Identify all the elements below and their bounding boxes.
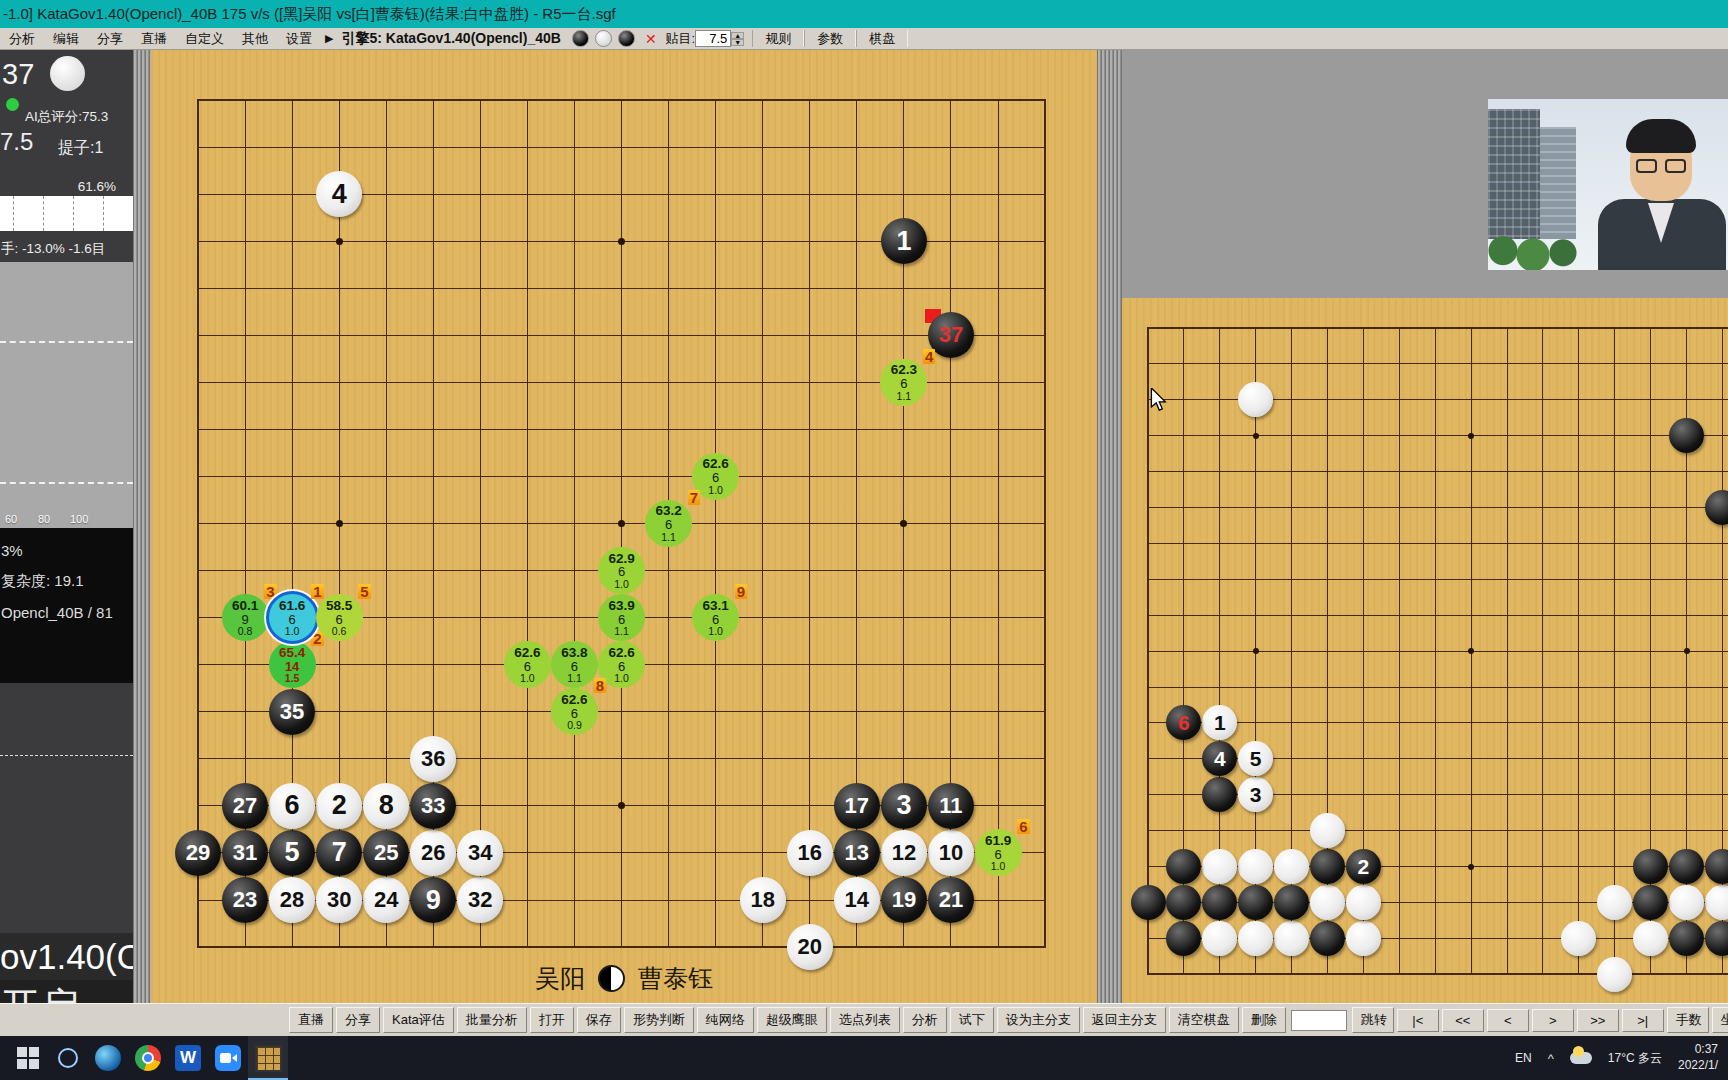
black-stone <box>1166 921 1201 956</box>
candidate-delta: 1.0 <box>520 673 535 684</box>
white-stone <box>1238 921 1273 956</box>
grid-line <box>715 99 716 948</box>
engine-label: 引擎5: KataGov1.40(Opencl)_40B <box>341 30 560 48</box>
move-number-label: 28 <box>280 887 304 913</box>
black-stone <box>1310 849 1345 884</box>
search-icon[interactable] <box>48 1036 88 1080</box>
menu-button[interactable]: 规则 <box>752 30 804 47</box>
move-number-label: 5 <box>1250 747 1262 771</box>
white-stone-move-34: 34 <box>457 830 503 876</box>
black-stone <box>1202 885 1237 920</box>
move-number-label: 7 <box>332 837 347 868</box>
grid-line <box>998 99 999 948</box>
white-stone-move-1: 1 <box>1202 705 1237 740</box>
trees <box>1488 227 1588 270</box>
to-move-stone-icon <box>50 56 85 91</box>
play-icon[interactable]: ▶ <box>325 32 333 45</box>
toolbar-button[interactable]: 选点列表 <box>830 1007 900 1033</box>
move-number-label: 23 <box>233 887 257 913</box>
black-stone <box>1166 849 1201 884</box>
edge-icon[interactable] <box>88 1036 128 1080</box>
close-engine-icon[interactable]: ✕ <box>645 31 657 47</box>
players-bar: 吴阳 曹泰钰 <box>424 962 824 995</box>
candidate-move[interactable]: 63.161.09 <box>692 594 739 641</box>
black-stone-button[interactable] <box>572 30 589 47</box>
black-stone-move-17: 17 <box>834 783 880 829</box>
move-number-label: 21 <box>939 887 963 913</box>
axis-60: 60 <box>5 513 17 525</box>
candidate-move[interactable]: 61.961.06 <box>975 829 1022 876</box>
toolbar-button[interactable]: 清空棋盘 <box>1169 1007 1239 1033</box>
move-number-label: 2 <box>1358 855 1370 879</box>
star-point <box>900 520 907 527</box>
candidate-visits: 6 <box>288 613 295 626</box>
grid-line <box>1147 651 1728 652</box>
white-stone-move-6: 6 <box>269 783 315 829</box>
grid-line <box>1147 543 1728 544</box>
move-number-label: 31 <box>233 840 257 866</box>
candidate-winrate: 62.6 <box>608 646 634 660</box>
move-number-label: 32 <box>468 887 492 913</box>
menu-item[interactable]: 其他 <box>233 31 277 46</box>
grid-line <box>1147 399 1728 400</box>
toolbar-button[interactable]: 保存 <box>577 1007 621 1033</box>
toolbar-button[interactable]: 跳转 <box>1352 1007 1394 1033</box>
black-stone-move-35: 35 <box>269 689 315 735</box>
black-stone-move-2: 2 <box>1346 849 1381 884</box>
divider-dashed <box>0 755 133 756</box>
candidate-order-label: 1 <box>311 584 323 599</box>
black-stone <box>1131 885 1166 920</box>
white-stone-move-2: 2 <box>316 783 362 829</box>
grid-line <box>1614 327 1615 975</box>
white-player-name: 曹泰钰 <box>638 962 713 995</box>
analysis-sidebar: 37 AI总评分:75.3 7.5 提子:1 61.6% 手: -13.0% -… <box>0 50 133 1036</box>
grid-line <box>1147 507 1728 508</box>
word-icon[interactable]: W <box>168 1036 208 1080</box>
live-game-board[interactable]: 123456 <box>1122 298 1728 1003</box>
complexity: 复杂度: 19.1 <box>1 572 84 591</box>
white-stone-move-12: 12 <box>881 830 927 876</box>
star-point <box>1468 433 1474 439</box>
black-stone <box>1274 885 1309 920</box>
white-stone <box>1274 849 1309 884</box>
move-number-label: 18 <box>750 887 774 913</box>
move-number-label: 8 <box>379 790 394 821</box>
candidate-visits: 6 <box>336 613 343 626</box>
grid-line <box>1147 830 1728 831</box>
white-stone-move-36: 36 <box>410 736 456 782</box>
candidate-move[interactable]: 65.4141.52 <box>269 641 316 688</box>
toolbar-button[interactable]: 坐标 <box>1712 1007 1728 1033</box>
black-stone <box>1705 921 1728 956</box>
toolbar-button[interactable]: 手数 <box>1667 1007 1709 1033</box>
move-number-label: 20 <box>798 934 822 960</box>
toolbar-button[interactable]: >| <box>1622 1009 1664 1032</box>
white-stone <box>1346 921 1381 956</box>
candidate-order-label: 6 <box>1017 819 1029 834</box>
move-number-label: 29 <box>186 840 210 866</box>
black-stone-move-1: 1 <box>881 218 927 264</box>
move-number-label: 19 <box>892 887 916 913</box>
main-analysis-board[interactable]: 1234567891011121314161718192021232425262… <box>151 50 1097 1003</box>
winrate-graph[interactable]: 60 80 100 <box>0 262 133 528</box>
menu-button[interactable]: 棋盘 <box>856 30 908 47</box>
white-stone <box>1310 813 1345 848</box>
white-stone <box>1561 921 1596 956</box>
weather-text[interactable]: 17°C 多云 <box>1608 1050 1662 1067</box>
move-number-label: 9 <box>426 885 441 916</box>
clock[interactable]: 0:37 2022/1/ <box>1678 1042 1718 1073</box>
menu-item[interactable]: 分享 <box>88 31 132 46</box>
captures-display: 提子:1 <box>58 138 103 159</box>
black-stone-move-25: 25 <box>363 830 409 876</box>
left-splitter[interactable] <box>133 50 151 1036</box>
candidate-order-label: 8 <box>594 678 606 693</box>
move-number-label: 25 <box>374 840 398 866</box>
candidate-visits: 9 <box>241 613 248 626</box>
toolbar-button[interactable]: >> <box>1577 1009 1619 1032</box>
black-stone-move-21: 21 <box>928 877 974 923</box>
candidate-delta: 1.0 <box>708 626 723 637</box>
move-number-label: 6 <box>285 790 300 821</box>
candidate-move[interactable]: 62.660.98 <box>551 688 598 735</box>
move-number-label: 6 <box>1178 711 1190 735</box>
candidate-delta: 1.0 <box>285 626 300 637</box>
white-stone <box>1346 885 1381 920</box>
black-stone <box>1633 849 1668 884</box>
screen: -1.0] KataGov1.40(Opencl)_40B 175 v/s ([… <box>0 0 1728 1080</box>
candidate-move[interactable]: 62.661.0 <box>504 641 551 688</box>
toolbar-button[interactable]: << <box>1442 1009 1484 1032</box>
candidate-visits: 6 <box>524 660 531 673</box>
menu-item[interactable]: 设置 <box>277 31 321 46</box>
candidate-delta: 1.5 <box>285 673 300 684</box>
right-splitter[interactable] <box>1097 50 1122 1003</box>
candidate-delta: 1.1 <box>614 626 629 637</box>
star-point <box>336 238 343 245</box>
toolbar-button[interactable]: 批量分析 <box>457 1007 527 1033</box>
webcam-person <box>1596 117 1728 270</box>
black-stone-move-4: 4 <box>1202 741 1237 776</box>
candidate-delta: 0.8 <box>238 626 253 637</box>
move-number-label: 14 <box>845 887 869 913</box>
candidate-visits: 6 <box>900 377 907 390</box>
candidate-winrate: 63.1 <box>703 599 729 613</box>
white-stone <box>1238 382 1273 417</box>
grid-line <box>1044 99 1046 948</box>
candidate-winrate: 62.9 <box>608 552 634 566</box>
black-stone <box>1669 418 1704 453</box>
candidate-visits: 14 <box>285 660 299 673</box>
toolbar-button[interactable]: 删除 <box>1242 1007 1286 1033</box>
grid-line <box>197 758 1046 759</box>
weather-icon <box>1570 1052 1592 1064</box>
menu-items: 分析编辑分享直播自定义其他设置 <box>0 30 321 48</box>
black-stone <box>1238 885 1273 920</box>
grid-line <box>1147 687 1728 688</box>
menu-button[interactable]: 参数 <box>804 30 856 47</box>
go-app-icon[interactable] <box>248 1036 288 1080</box>
candidate-delta: 0.9 <box>567 720 582 731</box>
tray-date: 2022/1/ <box>1678 1058 1718 1074</box>
candidate-move[interactable]: 63.861.1 <box>551 641 598 688</box>
white-stone <box>1597 957 1632 992</box>
ai-score: AI总评分:75.3 <box>25 108 108 126</box>
stats-panel: 3% 复杂度: 19.1 Opencl_40B / 81 <box>0 528 133 683</box>
candidate-visits: 6 <box>571 660 578 673</box>
white-stone-move-24: 24 <box>363 877 409 923</box>
move-number-label: 3 <box>896 790 911 821</box>
toolbar-button[interactable]: 纯网络 <box>697 1007 754 1033</box>
black-stone-move-13: 13 <box>834 830 880 876</box>
black-stone <box>1310 921 1345 956</box>
building-near <box>1488 109 1540 239</box>
candidate-move[interactable]: 62.361.14 <box>880 359 927 406</box>
move-number-label: 1 <box>896 226 911 257</box>
black-stone-move-6: 6 <box>1166 705 1201 740</box>
toolbar-button[interactable]: < <box>1487 1009 1529 1032</box>
candidate-winrate: 61.9 <box>985 834 1011 848</box>
menu-buttons: 规则参数棋盘 <box>752 30 908 48</box>
white-stone <box>1633 921 1668 956</box>
grid-line <box>809 99 810 948</box>
title-bar[interactable]: -1.0] KataGov1.40(Opencl)_40B 175 v/s ([… <box>0 0 1728 28</box>
move-number-label: 4 <box>1214 747 1226 771</box>
move-number-label: 24 <box>374 887 398 913</box>
toolbar-button[interactable]: > <box>1532 1009 1574 1032</box>
menu-item[interactable]: 直播 <box>132 31 176 46</box>
candidate-delta: 0.6 <box>332 626 347 637</box>
candidate-move[interactable]: 63.261.17 <box>645 500 692 547</box>
move-number-label: 5 <box>285 837 300 868</box>
axis-100: 100 <box>70 513 88 525</box>
move-number-label: 3 <box>1250 783 1262 807</box>
tray-expand-icon[interactable]: ^ <box>1548 1051 1554 1066</box>
toolbar-button[interactable]: 试下 <box>950 1007 994 1033</box>
black-stone <box>1669 849 1704 884</box>
black-stone-move-9: 9 <box>410 877 456 923</box>
white-stone-move-14: 14 <box>834 877 880 923</box>
candidate-winrate: 63.2 <box>655 504 681 518</box>
white-stone-move-26: 26 <box>410 830 456 876</box>
move-number-label: 10 <box>939 840 963 866</box>
candidate-visits: 6 <box>665 518 672 531</box>
candidate-move[interactable]: 58.560.65 <box>316 594 363 641</box>
black-player-name: 吴阳 <box>535 962 585 995</box>
system-tray: EN ^ 17°C 多云 0:37 2022/1/ <box>1515 1042 1728 1073</box>
grid-line <box>1542 327 1543 975</box>
white-stone-move-30: 30 <box>316 877 362 923</box>
move-number-label: 35 <box>280 699 304 725</box>
black-stone-move-11: 11 <box>928 783 974 829</box>
toolbar-button[interactable]: 形势判断 <box>624 1007 694 1033</box>
candidate-delta: 1.1 <box>567 673 582 684</box>
grid-line <box>1578 327 1579 975</box>
candidate-winrate: 58.5 <box>326 599 352 613</box>
candidate-move[interactable]: 62.961.0 <box>598 547 645 594</box>
white-stone <box>1310 885 1345 920</box>
black-stone-move-27: 27 <box>222 783 268 829</box>
candidate-winrate: 60.1 <box>232 599 258 613</box>
move-number-label: 27 <box>233 793 257 819</box>
black-stone <box>1166 885 1201 920</box>
toolbar-button[interactable]: 分析 <box>903 1007 947 1033</box>
grid-line <box>1147 363 1728 364</box>
black-white-stone-icon <box>598 965 625 992</box>
menu-item[interactable]: 自定义 <box>176 31 233 46</box>
grid-line <box>1147 327 1728 329</box>
white-stone-move-28: 28 <box>269 877 315 923</box>
engine-status-dot <box>6 98 19 111</box>
black-stone-move-23: 23 <box>222 877 268 923</box>
candidate-order-label: 9 <box>735 584 747 599</box>
candidate-move[interactable]: 61.661.01 <box>269 594 316 641</box>
star-point <box>1253 433 1259 439</box>
black-stone-move-33: 33 <box>410 783 456 829</box>
white-stone-move-10: 10 <box>928 830 974 876</box>
move-number-label: 16 <box>798 840 822 866</box>
right-panel-background <box>1122 50 1728 298</box>
white-stone-move-16: 16 <box>787 830 833 876</box>
toolbar-button[interactable]: 直播 <box>289 1007 333 1033</box>
move-number-label: 33 <box>421 793 445 819</box>
black-stone <box>1202 777 1237 812</box>
move-number-label: 12 <box>892 840 916 866</box>
glasses <box>1636 159 1686 173</box>
move-number-label: 1 <box>1214 711 1226 735</box>
move-number-label: 4 <box>332 179 347 210</box>
toolbar-button[interactable]: Kata评估 <box>383 1007 454 1033</box>
grid-line <box>762 99 763 948</box>
candidate-delta: 1.1 <box>897 391 912 402</box>
star-point <box>336 520 343 527</box>
percent-label: 3% <box>1 542 23 559</box>
komi-spinner[interactable]: ▲▼ <box>731 32 744 46</box>
candidate-delta: 1.0 <box>614 579 629 590</box>
move-number-label: 37 <box>939 322 963 348</box>
star-point <box>618 238 625 245</box>
toolbar-button[interactable]: 返回主分支 <box>1083 1007 1166 1033</box>
candidate-visits: 6 <box>571 707 578 720</box>
grid-line <box>197 711 1046 712</box>
candidate-visits: 6 <box>618 613 625 626</box>
candidate-winrate: 62.6 <box>561 693 587 707</box>
white-stone-move-8: 8 <box>363 783 409 829</box>
komi-input[interactable] <box>695 30 731 47</box>
menu-item[interactable]: 分析 <box>0 31 44 46</box>
white-stone <box>1597 885 1632 920</box>
grid-line <box>1147 435 1728 436</box>
engine-short: Opencl_40B / 81 <box>1 604 113 621</box>
menu-bar: 分析编辑分享直播自定义其他设置 ▶ 引擎5: KataGov1.40(Openc… <box>0 28 1728 50</box>
move-number-label: 11 <box>939 793 962 819</box>
black-stone-move-29: 29 <box>175 830 221 876</box>
language-indicator[interactable]: EN <box>1515 1051 1532 1065</box>
toolbar-button[interactable]: |< <box>1397 1009 1439 1032</box>
candidate-winrate: 62.6 <box>514 646 540 660</box>
black-stone <box>1669 921 1704 956</box>
grid-line <box>1147 471 1728 472</box>
candidate-delta: 1.0 <box>708 485 723 496</box>
candidate-winrate: 62.3 <box>891 363 917 377</box>
komi-display: 7.5 <box>0 128 33 156</box>
candidate-move[interactable]: 60.190.83 <box>222 594 269 641</box>
move-number-label: 13 <box>845 840 869 866</box>
move-number-label: 36 <box>421 746 445 772</box>
black-stone-move-19: 19 <box>881 877 927 923</box>
grid-line <box>1147 973 1728 975</box>
move-number-label: 17 <box>845 793 869 819</box>
black-stone-move-31: 31 <box>222 830 268 876</box>
candidate-visits: 6 <box>618 565 625 578</box>
grid-line <box>1507 327 1508 975</box>
komi-label: 贴目: <box>666 30 696 48</box>
engine-name-truncated: ov1.40(O <box>0 933 133 980</box>
candidate-visits: 6 <box>618 660 625 673</box>
white-stone-move-3: 3 <box>1238 777 1273 812</box>
move-number: 37 <box>2 58 34 91</box>
taskbar: W EN ^ 17°C 多云 0:37 2022/1/ <box>0 1036 1728 1080</box>
grid-line <box>1147 615 1728 616</box>
white-stone <box>1705 885 1728 920</box>
black-stone-move-7: 7 <box>316 830 362 876</box>
candidate-move[interactable]: 63.961.1 <box>598 594 645 641</box>
move-number-label: 30 <box>327 887 351 913</box>
menu-item[interactable]: 编辑 <box>44 31 88 46</box>
candidate-visits: 6 <box>994 848 1001 861</box>
winrate-value: 61.6% <box>38 179 116 194</box>
toolbar-button[interactable]: 设为主分支 <box>997 1007 1080 1033</box>
white-stone-move-18: 18 <box>740 877 786 923</box>
candidate-delta: 1.0 <box>991 861 1006 872</box>
chrome-icon[interactable] <box>128 1036 168 1080</box>
start-button[interactable] <box>8 1036 48 1080</box>
star-point <box>618 802 625 809</box>
mouse-cursor <box>1150 388 1168 412</box>
white-stone-button[interactable] <box>595 30 612 47</box>
candidate-winrate: 63.8 <box>561 646 587 660</box>
black-stone-move-5: 5 <box>269 830 315 876</box>
toolbar-button[interactable]: 分享 <box>336 1007 380 1033</box>
white-stone <box>1202 849 1237 884</box>
toolbar-button[interactable]: 超级鹰眼 <box>757 1007 827 1033</box>
black-stone-move-3: 3 <box>881 783 927 829</box>
white-stone <box>1274 921 1309 956</box>
candidate-visits: 6 <box>712 471 719 484</box>
candidate-delta: 1.0 <box>614 673 629 684</box>
star-point <box>1468 864 1474 870</box>
both-stone-button[interactable] <box>618 30 635 47</box>
white-stone-move-4: 4 <box>316 171 362 217</box>
star-point <box>1468 648 1474 654</box>
axis-80: 80 <box>38 513 50 525</box>
jump-input[interactable] <box>1291 1010 1347 1031</box>
star-point <box>618 520 625 527</box>
tray-time: 0:37 <box>1678 1042 1718 1058</box>
star-point <box>1253 648 1259 654</box>
white-stone-move-32: 32 <box>457 877 503 923</box>
zoom-icon[interactable] <box>208 1036 248 1080</box>
white-stone <box>1238 849 1273 884</box>
black-stone <box>1705 849 1728 884</box>
toolbar-button[interactable]: 打开 <box>530 1007 574 1033</box>
candidate-order-label: 4 <box>923 349 935 364</box>
candidate-order-label: 7 <box>688 490 700 505</box>
white-stone-move-5: 5 <box>1238 741 1273 776</box>
webcam-feed <box>1488 99 1728 270</box>
candidate-delta: 1.1 <box>661 532 676 543</box>
